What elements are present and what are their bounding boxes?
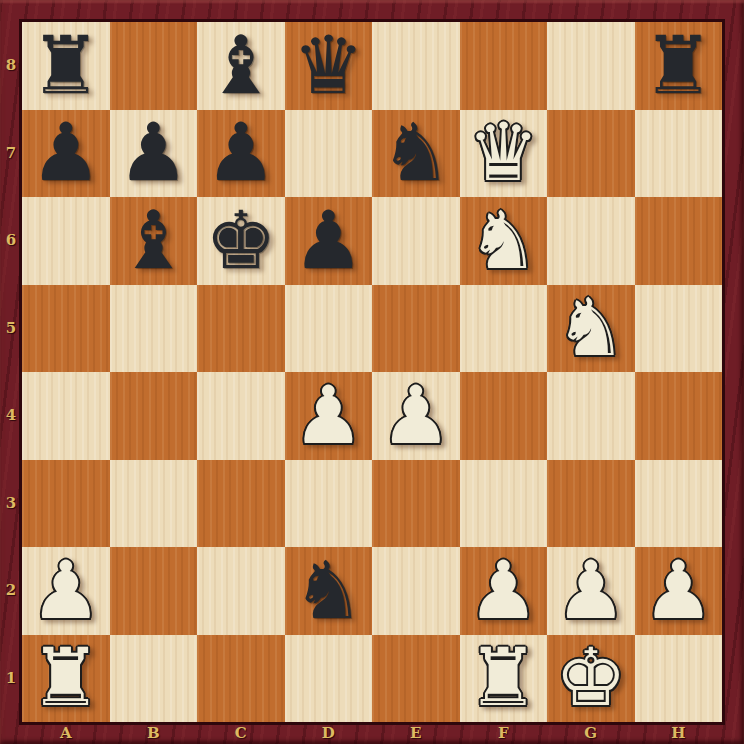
rank-label-6: 6: [0, 197, 22, 285]
square-g4[interactable]: [547, 372, 635, 460]
square-h2[interactable]: ♟: [635, 547, 723, 635]
square-c3[interactable]: [197, 460, 285, 548]
rank-label-1: 1: [0, 635, 22, 723]
square-d8[interactable]: ♛: [285, 22, 373, 110]
square-a8[interactable]: ♜: [22, 22, 110, 110]
square-f3[interactable]: [460, 460, 548, 548]
square-f7[interactable]: ♛: [460, 110, 548, 198]
file-label-e: E: [372, 722, 460, 744]
piece-white-rook-a1[interactable]: ♜: [22, 635, 110, 723]
piece-black-queen-d8[interactable]: ♛: [285, 22, 373, 110]
piece-black-pawn-b7[interactable]: ♟: [110, 110, 198, 198]
piece-white-pawn-g2[interactable]: ♟: [547, 547, 635, 635]
rank-label-3: 3: [0, 460, 22, 548]
square-c4[interactable]: [197, 372, 285, 460]
square-d3[interactable]: [285, 460, 373, 548]
square-b4[interactable]: [110, 372, 198, 460]
file-label-b: B: [110, 722, 198, 744]
piece-white-pawn-d4[interactable]: ♟: [285, 372, 373, 460]
square-f5[interactable]: [460, 285, 548, 373]
square-c5[interactable]: [197, 285, 285, 373]
square-h4[interactable]: [635, 372, 723, 460]
chess-board-frame: ♜♝♛♜♟♟♟♞♛♝♚♟♞♞♟♟♟♞♟♟♟♜♜♚ 87654321ABCDEFG…: [0, 0, 744, 744]
file-label-h: H: [635, 722, 723, 744]
square-e8[interactable]: [372, 22, 460, 110]
piece-white-knight-f6[interactable]: ♞: [460, 197, 548, 285]
square-c1[interactable]: [197, 635, 285, 723]
square-c8[interactable]: ♝: [197, 22, 285, 110]
square-h5[interactable]: [635, 285, 723, 373]
file-label-g: G: [547, 722, 635, 744]
square-f1[interactable]: ♜: [460, 635, 548, 723]
piece-black-knight-e7[interactable]: ♞: [372, 110, 460, 198]
piece-black-knight-d2[interactable]: ♞: [285, 547, 373, 635]
piece-white-king-g1[interactable]: ♚: [547, 635, 635, 723]
square-f2[interactable]: ♟: [460, 547, 548, 635]
square-a4[interactable]: [22, 372, 110, 460]
square-f8[interactable]: [460, 22, 548, 110]
square-e7[interactable]: ♞: [372, 110, 460, 198]
file-label-c: C: [197, 722, 285, 744]
square-d4[interactable]: ♟: [285, 372, 373, 460]
square-b3[interactable]: [110, 460, 198, 548]
square-g6[interactable]: [547, 197, 635, 285]
piece-white-pawn-e4[interactable]: ♟: [372, 372, 460, 460]
rank-label-4: 4: [0, 372, 22, 460]
square-b6[interactable]: ♝: [110, 197, 198, 285]
file-label-a: A: [22, 722, 110, 744]
square-g5[interactable]: ♞: [547, 285, 635, 373]
square-a6[interactable]: [22, 197, 110, 285]
piece-black-king-c6[interactable]: ♚: [197, 197, 285, 285]
square-b8[interactable]: [110, 22, 198, 110]
square-f4[interactable]: [460, 372, 548, 460]
square-b1[interactable]: [110, 635, 198, 723]
square-a2[interactable]: ♟: [22, 547, 110, 635]
square-d5[interactable]: [285, 285, 373, 373]
square-h8[interactable]: ♜: [635, 22, 723, 110]
square-c7[interactable]: ♟: [197, 110, 285, 198]
square-d2[interactable]: ♞: [285, 547, 373, 635]
piece-white-pawn-h2[interactable]: ♟: [635, 547, 723, 635]
square-f6[interactable]: ♞: [460, 197, 548, 285]
square-b5[interactable]: [110, 285, 198, 373]
piece-white-rook-f1[interactable]: ♜: [460, 635, 548, 723]
rank-label-5: 5: [0, 285, 22, 373]
square-d6[interactable]: ♟: [285, 197, 373, 285]
file-label-f: F: [460, 722, 548, 744]
piece-black-rook-h8[interactable]: ♜: [635, 22, 723, 110]
square-g1[interactable]: ♚: [547, 635, 635, 723]
piece-black-bishop-b6[interactable]: ♝: [110, 197, 198, 285]
piece-black-pawn-a7[interactable]: ♟: [22, 110, 110, 198]
square-e5[interactable]: [372, 285, 460, 373]
square-e6[interactable]: [372, 197, 460, 285]
square-b7[interactable]: ♟: [110, 110, 198, 198]
square-c6[interactable]: ♚: [197, 197, 285, 285]
chess-board: ♜♝♛♜♟♟♟♞♛♝♚♟♞♞♟♟♟♞♟♟♟♜♜♚: [22, 22, 722, 722]
file-label-d: D: [285, 722, 373, 744]
piece-white-pawn-f2[interactable]: ♟: [460, 547, 548, 635]
square-a3[interactable]: [22, 460, 110, 548]
square-b2[interactable]: [110, 547, 198, 635]
square-e1[interactable]: [372, 635, 460, 723]
square-e2[interactable]: [372, 547, 460, 635]
rank-label-8: 8: [0, 22, 22, 110]
square-h7[interactable]: [635, 110, 723, 198]
square-g2[interactable]: ♟: [547, 547, 635, 635]
square-e4[interactable]: ♟: [372, 372, 460, 460]
square-h1[interactable]: [635, 635, 723, 723]
piece-white-pawn-a2[interactable]: ♟: [22, 547, 110, 635]
square-g8[interactable]: [547, 22, 635, 110]
square-c2[interactable]: [197, 547, 285, 635]
square-d1[interactable]: [285, 635, 373, 723]
square-h3[interactable]: [635, 460, 723, 548]
rank-label-7: 7: [0, 110, 22, 198]
square-h6[interactable]: [635, 197, 723, 285]
square-a5[interactable]: [22, 285, 110, 373]
piece-white-queen-f7[interactable]: ♛: [460, 110, 548, 198]
square-a7[interactable]: ♟: [22, 110, 110, 198]
square-g3[interactable]: [547, 460, 635, 548]
square-a1[interactable]: ♜: [22, 635, 110, 723]
piece-black-pawn-c7[interactable]: ♟: [197, 110, 285, 198]
square-e3[interactable]: [372, 460, 460, 548]
piece-black-bishop-c8[interactable]: ♝: [197, 22, 285, 110]
piece-white-knight-g5[interactable]: ♞: [547, 285, 635, 373]
square-g7[interactable]: [547, 110, 635, 198]
piece-black-pawn-d6[interactable]: ♟: [285, 197, 373, 285]
piece-black-rook-a8[interactable]: ♜: [22, 22, 110, 110]
square-d7[interactable]: [285, 110, 373, 198]
rank-label-2: 2: [0, 547, 22, 635]
